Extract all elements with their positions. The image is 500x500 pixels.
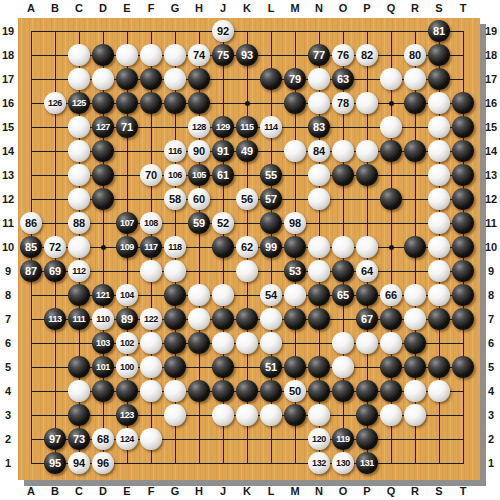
white-stone[interactable] [260, 404, 282, 426]
white-stone[interactable]: 88 [68, 212, 90, 234]
board-point[interactable] [140, 140, 162, 162]
black-stone[interactable] [356, 164, 378, 186]
white-stone[interactable] [140, 44, 162, 66]
black-stone[interactable] [380, 188, 402, 210]
white-stone[interactable] [68, 116, 90, 138]
board-point[interactable] [20, 332, 42, 354]
board-point[interactable] [164, 20, 186, 42]
white-stone[interactable]: 128 [188, 116, 210, 138]
white-stone[interactable] [308, 164, 330, 186]
black-stone[interactable]: 101 [92, 356, 114, 378]
black-stone[interactable]: 81 [428, 20, 450, 42]
black-stone[interactable]: 127 [92, 116, 114, 138]
board-point[interactable] [404, 260, 426, 282]
white-stone[interactable]: 56 [236, 188, 258, 210]
white-stone[interactable]: 82 [356, 44, 378, 66]
white-stone[interactable] [68, 380, 90, 402]
board-point[interactable] [140, 284, 162, 306]
black-stone[interactable] [188, 332, 210, 354]
white-stone[interactable] [236, 404, 258, 426]
black-stone[interactable]: 93 [236, 44, 258, 66]
black-stone[interactable]: 67 [356, 308, 378, 330]
white-stone[interactable] [140, 356, 162, 378]
black-stone[interactable]: 119 [332, 428, 354, 450]
black-stone[interactable]: 121 [92, 284, 114, 306]
white-stone[interactable]: 80 [404, 44, 426, 66]
board-point[interactable] [68, 332, 90, 354]
white-stone[interactable] [428, 212, 450, 234]
board-point[interactable] [356, 20, 378, 42]
white-stone[interactable] [308, 236, 330, 258]
black-stone[interactable] [68, 356, 90, 378]
white-stone[interactable]: 96 [92, 452, 114, 474]
black-stone[interactable]: 83 [308, 116, 330, 138]
board-point[interactable] [452, 20, 474, 42]
board-point[interactable] [404, 116, 426, 138]
board-point[interactable] [44, 164, 66, 186]
black-stone[interactable] [164, 308, 186, 330]
white-stone[interactable] [164, 68, 186, 90]
white-stone[interactable]: 108 [140, 212, 162, 234]
board-point[interactable] [20, 428, 42, 450]
white-stone[interactable]: 114 [260, 116, 282, 138]
board-point[interactable] [380, 212, 402, 234]
board-point[interactable] [44, 212, 66, 234]
board-point[interactable] [212, 452, 234, 474]
board-point[interactable] [452, 428, 474, 450]
black-stone[interactable] [92, 140, 114, 162]
white-stone[interactable]: 104 [116, 284, 138, 306]
white-stone[interactable] [428, 188, 450, 210]
black-stone[interactable] [308, 308, 330, 330]
white-stone[interactable] [380, 404, 402, 426]
white-stone[interactable] [404, 308, 426, 330]
white-stone[interactable] [236, 332, 258, 354]
board-point[interactable] [116, 140, 138, 162]
board-point[interactable] [188, 452, 210, 474]
white-stone[interactable] [428, 260, 450, 282]
board-point[interactable] [236, 164, 258, 186]
white-stone[interactable] [68, 188, 90, 210]
white-stone[interactable] [404, 404, 426, 426]
black-stone[interactable]: 115 [236, 116, 258, 138]
white-stone[interactable] [380, 332, 402, 354]
white-stone[interactable] [428, 116, 450, 138]
white-stone[interactable] [260, 308, 282, 330]
black-stone[interactable] [404, 332, 426, 354]
board-point[interactable] [20, 188, 42, 210]
white-stone[interactable] [380, 116, 402, 138]
board-point[interactable] [188, 260, 210, 282]
board-point[interactable] [164, 428, 186, 450]
white-stone[interactable]: 118 [164, 236, 186, 258]
white-stone[interactable]: 62 [236, 236, 258, 258]
black-stone[interactable]: 49 [236, 140, 258, 162]
board-point[interactable] [44, 68, 66, 90]
black-stone[interactable] [284, 356, 306, 378]
board-point[interactable] [20, 44, 42, 66]
board-point[interactable] [332, 20, 354, 42]
board-point[interactable] [236, 428, 258, 450]
board-point[interactable] [308, 212, 330, 234]
white-stone[interactable] [140, 260, 162, 282]
black-stone[interactable] [404, 356, 426, 378]
white-stone[interactable] [68, 140, 90, 162]
black-stone[interactable] [452, 140, 474, 162]
white-stone[interactable]: 98 [284, 212, 306, 234]
board-point[interactable] [92, 260, 114, 282]
white-stone[interactable] [428, 284, 450, 306]
board-point[interactable] [428, 452, 450, 474]
white-stone[interactable] [68, 44, 90, 66]
black-stone[interactable] [92, 92, 114, 114]
board-point[interactable] [44, 44, 66, 66]
white-stone[interactable] [428, 92, 450, 114]
board-point[interactable] [380, 92, 402, 114]
black-stone[interactable] [92, 188, 114, 210]
black-stone[interactable] [92, 164, 114, 186]
black-stone[interactable] [380, 356, 402, 378]
white-stone[interactable]: 126 [44, 92, 66, 114]
white-stone[interactable] [164, 260, 186, 282]
black-stone[interactable] [428, 356, 450, 378]
board-point[interactable] [116, 188, 138, 210]
white-stone[interactable]: 64 [356, 260, 378, 282]
black-stone[interactable] [92, 44, 114, 66]
black-stone[interactable] [164, 92, 186, 114]
black-stone[interactable] [116, 68, 138, 90]
white-stone[interactable] [140, 428, 162, 450]
board-point[interactable] [260, 92, 282, 114]
board-point[interactable] [308, 332, 330, 354]
black-stone[interactable]: 111 [68, 308, 90, 330]
black-stone[interactable]: 129 [212, 116, 234, 138]
white-stone[interactable] [284, 140, 306, 162]
black-stone[interactable] [308, 356, 330, 378]
board-point[interactable] [20, 92, 42, 114]
white-stone[interactable]: 54 [260, 284, 282, 306]
black-stone[interactable] [116, 380, 138, 402]
board-point[interactable] [92, 236, 114, 258]
board-point[interactable] [452, 404, 474, 426]
black-stone[interactable] [452, 116, 474, 138]
board-point[interactable] [236, 284, 258, 306]
board-point[interactable] [380, 452, 402, 474]
black-stone[interactable]: 51 [260, 356, 282, 378]
board-point[interactable] [452, 380, 474, 402]
board-point[interactable] [44, 140, 66, 162]
black-stone[interactable]: 103 [92, 332, 114, 354]
black-stone[interactable] [260, 380, 282, 402]
board-point[interactable] [44, 404, 66, 426]
board-point[interactable] [44, 380, 66, 402]
black-stone[interactable] [404, 92, 426, 114]
board-point[interactable] [164, 212, 186, 234]
board-point[interactable] [20, 380, 42, 402]
board-point[interactable] [332, 404, 354, 426]
white-stone[interactable] [428, 140, 450, 162]
white-stone[interactable] [188, 308, 210, 330]
black-stone[interactable]: 113 [44, 308, 66, 330]
board-point[interactable] [140, 404, 162, 426]
board-point[interactable] [212, 68, 234, 90]
board-point[interactable] [188, 404, 210, 426]
board-point[interactable] [260, 44, 282, 66]
board-point[interactable] [356, 212, 378, 234]
white-stone[interactable]: 124 [116, 428, 138, 450]
white-stone[interactable] [140, 332, 162, 354]
board-point[interactable] [20, 284, 42, 306]
board-point[interactable] [284, 44, 306, 66]
black-stone[interactable] [284, 404, 306, 426]
black-stone[interactable]: 109 [116, 236, 138, 258]
white-stone[interactable] [332, 332, 354, 354]
white-stone[interactable] [428, 164, 450, 186]
black-stone[interactable]: 131 [356, 452, 378, 474]
board-point[interactable] [20, 20, 42, 42]
black-stone[interactable] [308, 380, 330, 402]
white-stone[interactable] [164, 44, 186, 66]
board-point[interactable] [452, 68, 474, 90]
white-stone[interactable]: 70 [140, 164, 162, 186]
black-stone[interactable]: 85 [20, 236, 42, 258]
board-point[interactable] [140, 188, 162, 210]
black-stone[interactable] [356, 380, 378, 402]
white-stone[interactable] [140, 380, 162, 402]
board-point[interactable] [20, 140, 42, 162]
white-stone[interactable] [356, 92, 378, 114]
board-point[interactable] [44, 284, 66, 306]
white-stone[interactable]: 102 [116, 332, 138, 354]
board-point[interactable] [284, 452, 306, 474]
board-point[interactable] [20, 308, 42, 330]
board-point[interactable] [212, 260, 234, 282]
white-stone[interactable]: 78 [332, 92, 354, 114]
board-point[interactable] [92, 20, 114, 42]
black-stone[interactable] [380, 140, 402, 162]
board-point[interactable] [20, 452, 42, 474]
white-stone[interactable] [116, 44, 138, 66]
white-stone[interactable]: 66 [380, 284, 402, 306]
white-stone[interactable] [68, 236, 90, 258]
black-stone[interactable] [188, 68, 210, 90]
white-stone[interactable] [212, 404, 234, 426]
white-stone[interactable] [356, 332, 378, 354]
board-point[interactable] [236, 452, 258, 474]
black-stone[interactable] [308, 284, 330, 306]
board-point[interactable] [260, 260, 282, 282]
black-stone[interactable]: 95 [44, 452, 66, 474]
white-stone[interactable]: 76 [332, 44, 354, 66]
black-stone[interactable] [452, 308, 474, 330]
white-stone[interactable] [404, 380, 426, 402]
white-stone[interactable] [332, 356, 354, 378]
white-stone[interactable]: 100 [116, 356, 138, 378]
black-stone[interactable] [380, 308, 402, 330]
board-point[interactable] [260, 140, 282, 162]
white-stone[interactable] [428, 380, 450, 402]
white-stone[interactable]: 116 [164, 140, 186, 162]
white-stone[interactable] [92, 68, 114, 90]
black-stone[interactable] [284, 308, 306, 330]
board-point[interactable] [284, 164, 306, 186]
black-stone[interactable]: 61 [212, 164, 234, 186]
board-point[interactable] [236, 20, 258, 42]
board-point[interactable] [380, 236, 402, 258]
white-stone[interactable] [404, 68, 426, 90]
black-stone[interactable] [116, 92, 138, 114]
black-stone[interactable]: 53 [284, 260, 306, 282]
board-point[interactable] [260, 20, 282, 42]
black-stone[interactable]: 75 [212, 44, 234, 66]
board-point[interactable] [188, 428, 210, 450]
board-point[interactable] [380, 44, 402, 66]
board-point[interactable] [236, 356, 258, 378]
black-stone[interactable] [68, 284, 90, 306]
board-point[interactable] [356, 188, 378, 210]
white-stone[interactable]: 60 [188, 188, 210, 210]
black-stone[interactable]: 77 [308, 44, 330, 66]
white-stone[interactable] [332, 236, 354, 258]
board-point[interactable] [452, 452, 474, 474]
board-point[interactable] [116, 452, 138, 474]
board-point[interactable] [356, 68, 378, 90]
board-point[interactable] [44, 116, 66, 138]
black-stone[interactable]: 71 [116, 116, 138, 138]
white-stone[interactable] [356, 236, 378, 258]
black-stone[interactable] [212, 356, 234, 378]
white-stone[interactable]: 94 [68, 452, 90, 474]
black-stone[interactable] [284, 92, 306, 114]
board-point[interactable] [284, 332, 306, 354]
board-point[interactable] [212, 188, 234, 210]
white-stone[interactable]: 106 [164, 164, 186, 186]
board-point[interactable] [188, 20, 210, 42]
black-stone[interactable] [140, 68, 162, 90]
board-point[interactable] [20, 404, 42, 426]
black-stone[interactable] [452, 356, 474, 378]
board-point[interactable] [260, 428, 282, 450]
board-point[interactable] [404, 188, 426, 210]
white-stone[interactable] [428, 236, 450, 258]
board-point[interactable] [212, 428, 234, 450]
white-stone[interactable] [308, 260, 330, 282]
white-stone[interactable] [68, 68, 90, 90]
white-stone[interactable] [308, 92, 330, 114]
board-point[interactable] [380, 428, 402, 450]
black-stone[interactable]: 107 [116, 212, 138, 234]
board-point[interactable] [44, 188, 66, 210]
board-point[interactable] [20, 164, 42, 186]
board-point[interactable] [356, 116, 378, 138]
board-point[interactable] [404, 428, 426, 450]
black-stone[interactable]: 55 [260, 164, 282, 186]
board-point[interactable] [140, 452, 162, 474]
white-stone[interactable]: 74 [188, 44, 210, 66]
black-stone[interactable] [428, 68, 450, 90]
black-stone[interactable]: 125 [68, 92, 90, 114]
white-stone[interactable]: 110 [92, 308, 114, 330]
board-point[interactable] [284, 188, 306, 210]
black-stone[interactable]: 117 [140, 236, 162, 258]
go-board[interactable]: 9281747593777682807963126125781277112812… [18, 18, 480, 480]
white-stone[interactable]: 122 [140, 308, 162, 330]
black-stone[interactable] [356, 428, 378, 450]
black-stone[interactable] [284, 236, 306, 258]
black-stone[interactable] [332, 164, 354, 186]
black-stone[interactable]: 57 [260, 188, 282, 210]
white-stone[interactable] [308, 188, 330, 210]
board-point[interactable] [116, 20, 138, 42]
board-point[interactable] [20, 356, 42, 378]
black-stone[interactable]: 69 [44, 260, 66, 282]
board-point[interactable] [404, 212, 426, 234]
white-stone[interactable]: 130 [332, 452, 354, 474]
black-stone[interactable] [188, 92, 210, 114]
black-stone[interactable] [212, 380, 234, 402]
white-stone[interactable] [380, 68, 402, 90]
white-stone[interactable] [284, 284, 306, 306]
white-stone[interactable]: 84 [308, 140, 330, 162]
black-stone[interactable] [452, 188, 474, 210]
black-stone[interactable] [452, 284, 474, 306]
board-point[interactable] [236, 212, 258, 234]
white-stone[interactable] [164, 380, 186, 402]
board-point[interactable] [68, 20, 90, 42]
board-point[interactable] [428, 428, 450, 450]
black-stone[interactable] [212, 236, 234, 258]
black-stone[interactable] [164, 332, 186, 354]
white-stone[interactable] [260, 332, 282, 354]
black-stone[interactable] [92, 380, 114, 402]
board-point[interactable] [44, 332, 66, 354]
white-stone[interactable]: 68 [92, 428, 114, 450]
black-stone[interactable]: 105 [188, 164, 210, 186]
board-point[interactable] [20, 68, 42, 90]
black-stone[interactable] [356, 404, 378, 426]
board-point[interactable] [284, 428, 306, 450]
black-stone[interactable]: 65 [332, 284, 354, 306]
white-stone[interactable] [188, 284, 210, 306]
white-stone[interactable]: 120 [308, 428, 330, 450]
black-stone[interactable]: 91 [212, 140, 234, 162]
board-point[interactable] [380, 20, 402, 42]
black-stone[interactable] [140, 92, 162, 114]
white-stone[interactable]: 92 [212, 20, 234, 42]
black-stone[interactable] [452, 260, 474, 282]
black-stone[interactable]: 87 [20, 260, 42, 282]
board-point[interactable] [428, 404, 450, 426]
white-stone[interactable]: 72 [44, 236, 66, 258]
board-point[interactable] [44, 356, 66, 378]
white-stone[interactable] [308, 404, 330, 426]
white-stone[interactable]: 52 [212, 212, 234, 234]
white-stone[interactable] [356, 140, 378, 162]
board-point[interactable] [428, 332, 450, 354]
white-stone[interactable]: 86 [20, 212, 42, 234]
black-stone[interactable] [428, 44, 450, 66]
white-stone[interactable] [332, 140, 354, 162]
board-point[interactable] [452, 44, 474, 66]
white-stone[interactable] [212, 284, 234, 306]
board-point[interactable] [404, 452, 426, 474]
black-stone[interactable] [452, 164, 474, 186]
white-stone[interactable] [308, 68, 330, 90]
white-stone[interactable] [164, 404, 186, 426]
black-stone[interactable] [452, 212, 474, 234]
board-point[interactable] [236, 92, 258, 114]
black-stone[interactable]: 97 [44, 428, 66, 450]
